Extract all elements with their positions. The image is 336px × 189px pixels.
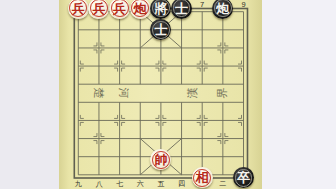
file-label-bottom: 五 <box>157 179 164 186</box>
piece-black-advisor[interactable]: 士 <box>171 0 192 19</box>
file-label-bottom: 七 <box>116 179 123 186</box>
river-character: 河 <box>118 88 129 99</box>
piece-red-elephant[interactable]: 相 <box>192 167 213 188</box>
file-label-bottom: 六 <box>137 179 144 186</box>
river-character: 界 <box>216 88 227 99</box>
file-label-top: 9 <box>241 1 245 9</box>
screenshot-root: 123456789 九八七六五四三二一 楚河漢界 兵兵兵炮將士炮士帥相卒 <box>0 0 336 189</box>
piece-red-pawn[interactable]: 兵 <box>109 0 130 19</box>
piece-red-cannon[interactable]: 炮 <box>130 0 151 19</box>
file-label-bottom: 八 <box>95 179 102 186</box>
file-label-bottom: 九 <box>75 179 82 186</box>
file-label-bottom: 二 <box>219 179 226 186</box>
piece-red-pawn[interactable]: 兵 <box>68 0 89 19</box>
file-label-bottom: 四 <box>178 179 185 186</box>
file-label-top: 7 <box>200 1 204 9</box>
river-character: 楚 <box>93 88 104 99</box>
river-character: 漢 <box>186 88 197 99</box>
